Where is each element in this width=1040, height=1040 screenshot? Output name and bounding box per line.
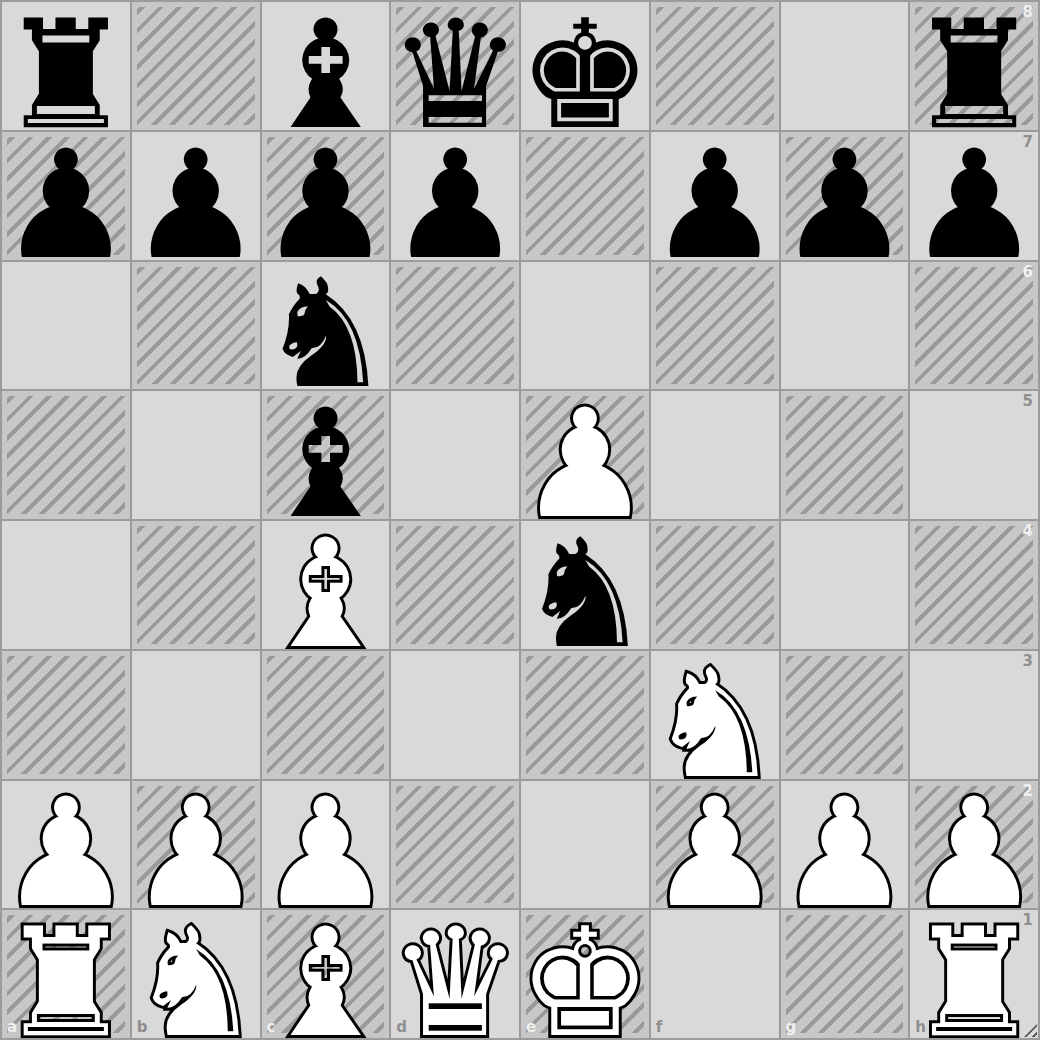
black-pawn: ♟ [2, 132, 130, 260]
white-bishop: ♝ [262, 910, 390, 1038]
square-g4[interactable] [781, 521, 909, 649]
rank-label-6: 6 [1023, 265, 1033, 280]
black-pawn: ♟ [651, 132, 779, 260]
white-pawn: ♟ [910, 781, 1038, 909]
square-h2[interactable]: ♟2 [910, 781, 1038, 909]
square-f6[interactable] [651, 262, 779, 390]
black-king: ♚ [521, 2, 649, 130]
square-e4[interactable]: ♞ [521, 521, 649, 649]
square-g6[interactable] [781, 262, 909, 390]
square-f5[interactable] [651, 391, 779, 519]
black-rook: ♜ [2, 2, 130, 130]
black-knight: ♞ [262, 262, 390, 390]
black-pawn: ♟ [781, 132, 909, 260]
square-g3[interactable] [781, 651, 909, 779]
black-pawn: ♟ [910, 132, 1038, 260]
square-c8[interactable]: ♝ [262, 2, 390, 130]
white-king: ♚ [521, 910, 649, 1038]
square-e3[interactable] [521, 651, 649, 779]
white-bishop: ♝ [262, 521, 390, 649]
square-h8[interactable]: ♜8 [910, 2, 1038, 130]
white-rook: ♜ [2, 910, 130, 1038]
square-h6[interactable]: 6 [910, 262, 1038, 390]
square-d1[interactable]: ♛d [391, 910, 519, 1038]
square-d3[interactable] [391, 651, 519, 779]
black-bishop: ♝ [262, 2, 390, 130]
white-knight: ♞ [132, 910, 260, 1038]
square-e5[interactable]: ♟ [521, 391, 649, 519]
square-c5[interactable]: ♝ [262, 391, 390, 519]
black-pawn: ♟ [391, 132, 519, 260]
square-b7[interactable]: ♟ [132, 132, 260, 260]
square-c2[interactable]: ♟ [262, 781, 390, 909]
square-b4[interactable] [132, 521, 260, 649]
square-h7[interactable]: ♟7 [910, 132, 1038, 260]
white-pawn: ♟ [521, 391, 649, 519]
black-bishop: ♝ [262, 391, 390, 519]
black-pawn: ♟ [262, 132, 390, 260]
rank-label-4: 4 [1023, 524, 1033, 539]
square-h4[interactable]: 4 [910, 521, 1038, 649]
white-pawn: ♟ [781, 781, 909, 909]
white-pawn: ♟ [132, 781, 260, 909]
square-h3[interactable]: 3 [910, 651, 1038, 779]
square-f2[interactable]: ♟ [651, 781, 779, 909]
square-b3[interactable] [132, 651, 260, 779]
chess-board: ♜♝♛♚♜8♟♟♟♟♟♟♟7♞6♝♟5♝♞4♞3♟♟♟♟♟♟2♜a♞b♝c♛d♚… [0, 0, 1040, 1040]
square-c4[interactable]: ♝ [262, 521, 390, 649]
file-label-f: f [656, 1020, 663, 1035]
square-a6[interactable] [2, 262, 130, 390]
file-label-g: g [786, 1020, 797, 1035]
square-a2[interactable]: ♟ [2, 781, 130, 909]
square-g1[interactable]: g [781, 910, 909, 1038]
square-h5[interactable]: 5 [910, 391, 1038, 519]
black-rook: ♜ [910, 2, 1038, 130]
square-g5[interactable] [781, 391, 909, 519]
square-b6[interactable] [132, 262, 260, 390]
rank-label-5: 5 [1023, 394, 1033, 409]
square-c6[interactable]: ♞ [262, 262, 390, 390]
white-knight: ♞ [651, 651, 779, 779]
black-pawn: ♟ [132, 132, 260, 260]
square-e7[interactable] [521, 132, 649, 260]
rank-label-3: 3 [1023, 654, 1033, 669]
square-e8[interactable]: ♚ [521, 2, 649, 130]
black-queen: ♛ [391, 2, 519, 130]
square-b1[interactable]: ♞b [132, 910, 260, 1038]
square-a7[interactable]: ♟ [2, 132, 130, 260]
square-f4[interactable] [651, 521, 779, 649]
square-d8[interactable]: ♛ [391, 2, 519, 130]
white-pawn: ♟ [262, 781, 390, 909]
square-h1[interactable]: ♜1h [910, 910, 1038, 1038]
square-c7[interactable]: ♟ [262, 132, 390, 260]
square-f3[interactable]: ♞ [651, 651, 779, 779]
square-a4[interactable] [2, 521, 130, 649]
square-g2[interactable]: ♟ [781, 781, 909, 909]
square-a3[interactable] [2, 651, 130, 779]
square-d2[interactable] [391, 781, 519, 909]
square-a5[interactable] [2, 391, 130, 519]
square-g7[interactable]: ♟ [781, 132, 909, 260]
square-e2[interactable] [521, 781, 649, 909]
square-a1[interactable]: ♜a [2, 910, 130, 1038]
white-rook: ♜ [910, 910, 1038, 1038]
square-d4[interactable] [391, 521, 519, 649]
white-queen: ♛ [391, 910, 519, 1038]
white-pawn: ♟ [2, 781, 130, 909]
white-pawn: ♟ [651, 781, 779, 909]
square-c3[interactable] [262, 651, 390, 779]
square-b8[interactable] [132, 2, 260, 130]
square-b2[interactable]: ♟ [132, 781, 260, 909]
square-d5[interactable] [391, 391, 519, 519]
square-e6[interactable] [521, 262, 649, 390]
square-d7[interactable]: ♟ [391, 132, 519, 260]
square-f7[interactable]: ♟ [651, 132, 779, 260]
square-c1[interactable]: ♝c [262, 910, 390, 1038]
square-f8[interactable] [651, 2, 779, 130]
square-f1[interactable]: f [651, 910, 779, 1038]
square-a8[interactable]: ♜ [2, 2, 130, 130]
square-d6[interactable] [391, 262, 519, 390]
square-e1[interactable]: ♚e [521, 910, 649, 1038]
square-g8[interactable] [781, 2, 909, 130]
black-knight: ♞ [521, 521, 649, 649]
square-b5[interactable] [132, 391, 260, 519]
